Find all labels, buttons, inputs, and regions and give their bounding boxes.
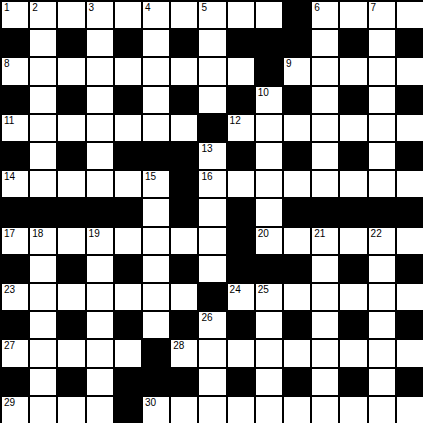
- black-cell-r9c9: [228, 228, 254, 254]
- white-cell-r10c14[interactable]: [369, 256, 395, 282]
- white-cell-r1c1[interactable]: 1: [2, 2, 28, 28]
- black-cell-r12c1: [2, 312, 28, 338]
- black-cell-r2c5: [115, 30, 141, 56]
- black-cell-r4c5: [115, 87, 141, 113]
- clue-number-29: 29: [4, 397, 15, 408]
- clue-number-2: 2: [32, 2, 38, 13]
- white-cell-r5c3[interactable]: [58, 115, 84, 141]
- white-cell-r11c14[interactable]: [369, 284, 395, 310]
- clue-number-9: 9: [286, 58, 292, 69]
- white-cell-r6c4[interactable]: [87, 143, 113, 169]
- white-cell-r11c13[interactable]: [340, 284, 366, 310]
- black-cell-r4c9: [228, 87, 254, 113]
- clue-number-7: 7: [371, 2, 377, 13]
- white-cell-r13c8[interactable]: [199, 340, 225, 366]
- clue-number-18: 18: [32, 228, 43, 239]
- white-cell-r6c2[interactable]: [30, 143, 56, 169]
- black-cell-r6c9: [228, 143, 254, 169]
- white-cell-r15c1[interactable]: 29: [2, 397, 28, 423]
- black-cell-r14c7: [171, 369, 197, 395]
- clue-number-30: 30: [145, 397, 156, 408]
- white-cell-r3c12[interactable]: [312, 58, 338, 84]
- white-cell-r9c7[interactable]: [171, 228, 197, 254]
- white-cell-r12c12[interactable]: [312, 312, 338, 338]
- black-cell-r10c3: [58, 256, 84, 282]
- black-cell-r10c7: [171, 256, 197, 282]
- white-cell-r3c14[interactable]: [369, 58, 395, 84]
- white-cell-r4c10[interactable]: 10: [256, 87, 282, 113]
- white-cell-r11c1[interactable]: 23: [2, 284, 28, 310]
- black-cell-r6c13: [340, 143, 366, 169]
- black-cell-r8c5: [115, 199, 141, 225]
- black-cell-r6c6: [143, 143, 169, 169]
- black-cell-r10c15: [397, 256, 423, 282]
- black-cell-r4c15: [397, 87, 423, 113]
- white-cell-r3c11[interactable]: 9: [284, 58, 310, 84]
- black-cell-r8c2: [30, 199, 56, 225]
- black-cell-r2c11: [284, 30, 310, 56]
- white-cell-r13c2[interactable]: [30, 340, 56, 366]
- white-cell-r4c2[interactable]: [30, 87, 56, 113]
- white-cell-r5c4[interactable]: [87, 115, 113, 141]
- white-cell-r12c2[interactable]: [30, 312, 56, 338]
- white-cell-r4c12[interactable]: [312, 87, 338, 113]
- white-cell-r8c6[interactable]: [143, 199, 169, 225]
- white-cell-r1c5[interactable]: [115, 2, 141, 28]
- white-cell-r4c4[interactable]: [87, 87, 113, 113]
- white-cell-r9c11[interactable]: [284, 228, 310, 254]
- white-cell-r2c6[interactable]: [143, 30, 169, 56]
- black-cell-r10c1: [2, 256, 28, 282]
- white-cell-r15c7[interactable]: [171, 397, 197, 423]
- white-cell-r8c10[interactable]: [256, 199, 282, 225]
- white-cell-r3c2[interactable]: [30, 58, 56, 84]
- clue-number-1: 1: [4, 2, 10, 13]
- black-cell-r10c11: [284, 256, 310, 282]
- clue-number-10: 10: [258, 87, 269, 98]
- white-cell-r7c15[interactable]: [397, 171, 423, 197]
- black-cell-r4c3: [58, 87, 84, 113]
- white-cell-r13c9[interactable]: [228, 340, 254, 366]
- white-cell-r4c14[interactable]: [369, 87, 395, 113]
- black-cell-r4c7: [171, 87, 197, 113]
- clue-number-19: 19: [89, 228, 100, 239]
- white-cell-r11c15[interactable]: [397, 284, 423, 310]
- black-cell-r2c10: [256, 30, 282, 56]
- black-cell-r2c1: [2, 30, 28, 56]
- white-cell-r3c8[interactable]: [199, 58, 225, 84]
- white-cell-r13c12[interactable]: [312, 340, 338, 366]
- white-cell-r15c2[interactable]: [30, 397, 56, 423]
- white-cell-r9c4[interactable]: 19: [87, 228, 113, 254]
- black-cell-r4c13: [340, 87, 366, 113]
- white-cell-r6c10[interactable]: [256, 143, 282, 169]
- black-cell-r6c3: [58, 143, 84, 169]
- black-cell-r12c5: [115, 312, 141, 338]
- white-cell-r5c10[interactable]: [256, 115, 282, 141]
- white-cell-r9c1[interactable]: 17: [2, 228, 28, 254]
- white-cell-r7c2[interactable]: [30, 171, 56, 197]
- white-cell-r3c7[interactable]: [171, 58, 197, 84]
- black-cell-r14c3: [58, 369, 84, 395]
- white-cell-r7c9[interactable]: [228, 171, 254, 197]
- white-cell-r7c4[interactable]: [87, 171, 113, 197]
- white-cell-r9c12[interactable]: 21: [312, 228, 338, 254]
- black-cell-r8c3: [58, 199, 84, 225]
- clue-number-3: 3: [89, 2, 95, 13]
- white-cell-r15c4[interactable]: [87, 397, 113, 423]
- black-cell-r13c6: [143, 340, 169, 366]
- black-cell-r8c4: [87, 199, 113, 225]
- white-cell-r1c2[interactable]: 2: [30, 2, 56, 28]
- white-cell-r3c5[interactable]: [115, 58, 141, 84]
- white-cell-r7c11[interactable]: [284, 171, 310, 197]
- black-cell-r14c9: [228, 369, 254, 395]
- white-cell-r9c3[interactable]: [58, 228, 84, 254]
- white-cell-r7c3[interactable]: [58, 171, 84, 197]
- black-cell-r12c11: [284, 312, 310, 338]
- white-cell-r1c10[interactable]: [256, 2, 282, 28]
- white-cell-r9c14[interactable]: 22: [369, 228, 395, 254]
- white-cell-r15c3[interactable]: [58, 397, 84, 423]
- black-cell-r6c15: [397, 143, 423, 169]
- black-cell-r10c10: [256, 256, 282, 282]
- white-cell-r13c11[interactable]: [284, 340, 310, 366]
- white-cell-r7c1[interactable]: 14: [2, 171, 28, 197]
- white-cell-r2c4[interactable]: [87, 30, 113, 56]
- white-cell-r2c12[interactable]: [312, 30, 338, 56]
- clue-number-4: 4: [145, 2, 151, 13]
- black-cell-r8c11: [284, 199, 310, 225]
- black-cell-r14c15: [397, 369, 423, 395]
- white-cell-r13c13[interactable]: [340, 340, 366, 366]
- black-cell-r15c5: [115, 397, 141, 423]
- white-cell-r7c6[interactable]: 15: [143, 171, 169, 197]
- white-cell-r5c15[interactable]: [397, 115, 423, 141]
- white-cell-r10c2[interactable]: [30, 256, 56, 282]
- black-cell-r8c12: [312, 199, 338, 225]
- white-cell-r5c7[interactable]: [171, 115, 197, 141]
- white-cell-r5c9[interactable]: 12: [228, 115, 254, 141]
- black-cell-r1c11: [284, 2, 310, 28]
- white-cell-r9c13[interactable]: [340, 228, 366, 254]
- black-cell-r10c13: [340, 256, 366, 282]
- white-cell-r11c4[interactable]: [87, 284, 113, 310]
- clue-number-16: 16: [201, 171, 212, 182]
- black-cell-r10c9: [228, 256, 254, 282]
- white-cell-r14c14[interactable]: [369, 369, 395, 395]
- white-cell-r15c15[interactable]: [397, 397, 423, 423]
- white-cell-r1c13[interactable]: [340, 2, 366, 28]
- white-cell-r10c6[interactable]: [143, 256, 169, 282]
- black-cell-r4c11: [284, 87, 310, 113]
- black-cell-r2c15: [397, 30, 423, 56]
- white-cell-r1c8[interactable]: 5: [199, 2, 225, 28]
- white-cell-r7c14[interactable]: [369, 171, 395, 197]
- clue-number-5: 5: [201, 2, 207, 13]
- white-cell-r10c8[interactable]: [199, 256, 225, 282]
- black-cell-r2c13: [340, 30, 366, 56]
- white-cell-r2c2[interactable]: [30, 30, 56, 56]
- white-cell-r3c3[interactable]: [58, 58, 84, 84]
- white-cell-r6c14[interactable]: [369, 143, 395, 169]
- white-cell-r1c12[interactable]: 6: [312, 2, 338, 28]
- clue-number-11: 11: [4, 115, 14, 126]
- white-cell-r12c14[interactable]: [369, 312, 395, 338]
- clue-number-8: 8: [4, 58, 10, 69]
- white-cell-r5c13[interactable]: [340, 115, 366, 141]
- white-cell-r12c8[interactable]: 26: [199, 312, 225, 338]
- white-cell-r12c6[interactable]: [143, 312, 169, 338]
- white-cell-r13c14[interactable]: [369, 340, 395, 366]
- clue-number-21: 21: [314, 228, 325, 239]
- white-cell-r14c4[interactable]: [87, 369, 113, 395]
- white-cell-r2c14[interactable]: [369, 30, 395, 56]
- white-cell-r10c12[interactable]: [312, 256, 338, 282]
- white-cell-r14c2[interactable]: [30, 369, 56, 395]
- white-cell-r6c12[interactable]: [312, 143, 338, 169]
- clue-number-20: 20: [258, 228, 269, 239]
- black-cell-r7c7: [171, 171, 197, 197]
- black-cell-r10c5: [115, 256, 141, 282]
- black-cell-r12c3: [58, 312, 84, 338]
- crossword-grid: 1234567891011121314151617181920212223242…: [0, 0, 423, 423]
- white-cell-r15c12[interactable]: [312, 397, 338, 423]
- white-cell-r14c8[interactable]: [199, 369, 225, 395]
- white-cell-r9c8[interactable]: [199, 228, 225, 254]
- white-cell-r5c11[interactable]: [284, 115, 310, 141]
- white-cell-r11c9[interactable]: 24: [228, 284, 254, 310]
- white-cell-r13c7[interactable]: 28: [171, 340, 197, 366]
- clue-number-24: 24: [230, 284, 241, 295]
- black-cell-r5c8: [199, 115, 225, 141]
- white-cell-r1c4[interactable]: 3: [87, 2, 113, 28]
- white-cell-r3c4[interactable]: [87, 58, 113, 84]
- black-cell-r14c11: [284, 369, 310, 395]
- black-cell-r8c1: [2, 199, 28, 225]
- white-cell-r11c5[interactable]: [115, 284, 141, 310]
- black-cell-r8c14: [369, 199, 395, 225]
- white-cell-r5c6[interactable]: [143, 115, 169, 141]
- white-cell-r1c14[interactable]: 7: [369, 2, 395, 28]
- white-cell-r3c9[interactable]: [228, 58, 254, 84]
- white-cell-r10c4[interactable]: [87, 256, 113, 282]
- white-cell-r15c8[interactable]: [199, 397, 225, 423]
- black-cell-r14c6: [143, 369, 169, 395]
- black-cell-r3c10: [256, 58, 282, 84]
- white-cell-r11c12[interactable]: [312, 284, 338, 310]
- white-cell-r3c1[interactable]: 8: [2, 58, 28, 84]
- black-cell-r8c9: [228, 199, 254, 225]
- clue-number-25: 25: [258, 284, 269, 295]
- black-cell-r2c9: [228, 30, 254, 56]
- black-cell-r8c13: [340, 199, 366, 225]
- black-cell-r8c7: [171, 199, 197, 225]
- black-cell-r6c5: [115, 143, 141, 169]
- white-cell-r5c2[interactable]: [30, 115, 56, 141]
- white-cell-r15c14[interactable]: [369, 397, 395, 423]
- clue-number-22: 22: [371, 228, 382, 239]
- white-cell-r15c10[interactable]: [256, 397, 282, 423]
- black-cell-r11c8: [199, 284, 225, 310]
- white-cell-r13c15[interactable]: [397, 340, 423, 366]
- black-cell-r12c7: [171, 312, 197, 338]
- black-cell-r4c1: [2, 87, 28, 113]
- black-cell-r12c15: [397, 312, 423, 338]
- clue-number-6: 6: [314, 2, 320, 13]
- black-cell-r2c7: [171, 30, 197, 56]
- white-cell-r15c11[interactable]: [284, 397, 310, 423]
- white-cell-r13c4[interactable]: [87, 340, 113, 366]
- white-cell-r5c12[interactable]: [312, 115, 338, 141]
- clue-number-17: 17: [4, 228, 15, 239]
- white-cell-r1c7[interactable]: [171, 2, 197, 28]
- black-cell-r14c5: [115, 369, 141, 395]
- white-cell-r1c3[interactable]: [58, 2, 84, 28]
- white-cell-r7c12[interactable]: [312, 171, 338, 197]
- white-cell-r13c5[interactable]: [115, 340, 141, 366]
- white-cell-r15c9[interactable]: [228, 397, 254, 423]
- white-cell-r11c6[interactable]: [143, 284, 169, 310]
- white-cell-r9c15[interactable]: [397, 228, 423, 254]
- clue-number-12: 12: [230, 115, 241, 126]
- white-cell-r13c10[interactable]: [256, 340, 282, 366]
- clue-number-28: 28: [173, 340, 184, 351]
- white-cell-r11c11[interactable]: [284, 284, 310, 310]
- white-cell-r14c10[interactable]: [256, 369, 282, 395]
- black-cell-r14c13: [340, 369, 366, 395]
- white-cell-r6c8[interactable]: 13: [199, 143, 225, 169]
- white-cell-r15c6[interactable]: 30: [143, 397, 169, 423]
- white-cell-r7c5[interactable]: [115, 171, 141, 197]
- clue-number-14: 14: [4, 171, 15, 182]
- black-cell-r8c15: [397, 199, 423, 225]
- black-cell-r6c1: [2, 143, 28, 169]
- white-cell-r8c8[interactable]: [199, 199, 225, 225]
- white-cell-r9c10[interactable]: 20: [256, 228, 282, 254]
- white-cell-r2c8[interactable]: [199, 30, 225, 56]
- white-cell-r5c5[interactable]: [115, 115, 141, 141]
- black-cell-r12c9: [228, 312, 254, 338]
- white-cell-r12c10[interactable]: [256, 312, 282, 338]
- white-cell-r15c13[interactable]: [340, 397, 366, 423]
- black-cell-r14c1: [2, 369, 28, 395]
- white-cell-r14c12[interactable]: [312, 369, 338, 395]
- white-cell-r7c8[interactable]: 16: [199, 171, 225, 197]
- black-cell-r6c7: [171, 143, 197, 169]
- white-cell-r1c15[interactable]: [397, 2, 423, 28]
- white-cell-r3c13[interactable]: [340, 58, 366, 84]
- white-cell-r3c15[interactable]: [397, 58, 423, 84]
- white-cell-r4c6[interactable]: [143, 87, 169, 113]
- white-cell-r13c3[interactable]: [58, 340, 84, 366]
- white-cell-r4c8[interactable]: [199, 87, 225, 113]
- white-cell-r7c13[interactable]: [340, 171, 366, 197]
- black-cell-r2c3: [58, 30, 84, 56]
- black-cell-r12c13: [340, 312, 366, 338]
- clue-number-27: 27: [4, 340, 15, 351]
- white-cell-r9c6[interactable]: [143, 228, 169, 254]
- clue-number-23: 23: [4, 284, 15, 295]
- white-cell-r7c10[interactable]: [256, 171, 282, 197]
- clue-number-13: 13: [201, 143, 212, 154]
- white-cell-r11c2[interactable]: [30, 284, 56, 310]
- black-cell-r6c11: [284, 143, 310, 169]
- white-cell-r9c5[interactable]: [115, 228, 141, 254]
- white-cell-r5c14[interactable]: [369, 115, 395, 141]
- white-cell-r11c7[interactable]: [171, 284, 197, 310]
- white-cell-r11c3[interactable]: [58, 284, 84, 310]
- white-cell-r1c9[interactable]: [228, 2, 254, 28]
- white-cell-r9c2[interactable]: 18: [30, 228, 56, 254]
- white-cell-r12c4[interactable]: [87, 312, 113, 338]
- clue-number-26: 26: [201, 312, 212, 323]
- clue-number-15: 15: [145, 171, 156, 182]
- white-cell-r13c1[interactable]: 27: [2, 340, 28, 366]
- white-cell-r1c6[interactable]: 4: [143, 2, 169, 28]
- white-cell-r5c1[interactable]: 11: [2, 115, 28, 141]
- white-cell-r11c10[interactable]: 25: [256, 284, 282, 310]
- white-cell-r3c6[interactable]: [143, 58, 169, 84]
